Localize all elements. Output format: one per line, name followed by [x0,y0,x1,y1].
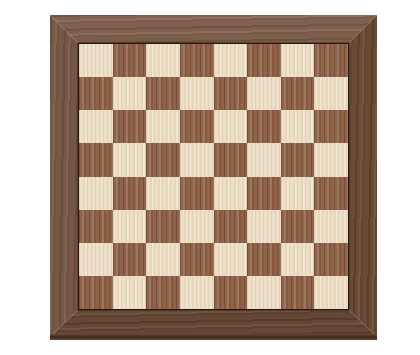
square-g4[interactable] [281,177,315,210]
square-f6[interactable] [247,110,281,143]
chess-board [50,15,377,337]
square-d5[interactable] [180,143,214,176]
square-b5[interactable] [113,143,147,176]
square-b2[interactable] [113,243,147,276]
square-g1[interactable] [281,276,315,309]
square-h2[interactable] [314,243,348,276]
square-a1[interactable] [79,276,113,309]
square-d1[interactable] [180,276,214,309]
square-g2[interactable] [281,243,315,276]
square-h7[interactable] [314,77,348,110]
square-e6[interactable] [214,110,248,143]
square-a3[interactable] [79,210,113,243]
square-c5[interactable] [146,143,180,176]
square-e4[interactable] [214,177,248,210]
square-e8[interactable] [214,44,248,77]
square-f2[interactable] [247,243,281,276]
square-e2[interactable] [214,243,248,276]
square-b8[interactable] [113,44,147,77]
square-a2[interactable] [79,243,113,276]
square-b7[interactable] [113,77,147,110]
square-e7[interactable] [214,77,248,110]
square-d4[interactable] [180,177,214,210]
square-g3[interactable] [281,210,315,243]
squares-grid [79,44,348,309]
square-e3[interactable] [214,210,248,243]
square-c4[interactable] [146,177,180,210]
square-h3[interactable] [314,210,348,243]
square-b3[interactable] [113,210,147,243]
square-g7[interactable] [281,77,315,110]
square-a6[interactable] [79,110,113,143]
square-f8[interactable] [247,44,281,77]
square-b6[interactable] [113,110,147,143]
square-h8[interactable] [314,44,348,77]
square-d6[interactable] [180,110,214,143]
square-g8[interactable] [281,44,315,77]
square-a5[interactable] [79,143,113,176]
playing-field-outline [78,43,349,310]
square-e1[interactable] [214,276,248,309]
square-d7[interactable] [180,77,214,110]
square-c1[interactable] [146,276,180,309]
page-background [0,0,420,355]
square-c7[interactable] [146,77,180,110]
square-c3[interactable] [146,210,180,243]
square-h4[interactable] [314,177,348,210]
square-c2[interactable] [146,243,180,276]
square-c8[interactable] [146,44,180,77]
square-h6[interactable] [314,110,348,143]
square-d8[interactable] [180,44,214,77]
square-b1[interactable] [113,276,147,309]
square-d2[interactable] [180,243,214,276]
square-g6[interactable] [281,110,315,143]
square-f7[interactable] [247,77,281,110]
square-f4[interactable] [247,177,281,210]
square-a4[interactable] [79,177,113,210]
square-b4[interactable] [113,177,147,210]
board-side-edge [50,334,377,340]
square-h5[interactable] [314,143,348,176]
square-a8[interactable] [79,44,113,77]
square-f1[interactable] [247,276,281,309]
square-f5[interactable] [247,143,281,176]
square-e5[interactable] [214,143,248,176]
square-h1[interactable] [314,276,348,309]
square-d3[interactable] [180,210,214,243]
square-g5[interactable] [281,143,315,176]
square-c6[interactable] [146,110,180,143]
square-f3[interactable] [247,210,281,243]
square-a7[interactable] [79,77,113,110]
